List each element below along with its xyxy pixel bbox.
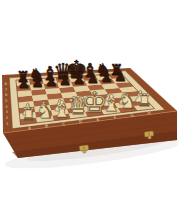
- piece-white-rook: ♜: [136, 93, 152, 110]
- piece-black-pawn: ♟: [100, 70, 113, 84]
- pieces-layer: ♜♞♝♛♚♝♞♜♟♟♟♟♟♟♟♟♟♟♟♟♟♟♟♟♜♞♝♛♚♝♞♜: [0, 0, 178, 222]
- piece-black-pawn: ♟: [59, 73, 72, 87]
- piece-black-pawn: ♟: [31, 75, 44, 89]
- piece-white-knight: ♞: [118, 92, 136, 112]
- piece-white-rook: ♜: [21, 106, 37, 123]
- piece-black-pawn: ♟: [73, 72, 86, 86]
- piece-black-pawn: ♟: [45, 74, 58, 88]
- piece-black-pawn: ♟: [114, 68, 127, 82]
- piece-black-pawn: ♟: [17, 76, 30, 90]
- chess-set-photo: ABCDEFGH12345678 ♜♞♝♛♚♝♞♜♟♟♟♟♟♟♟♟♟♟♟♟♟♟♟…: [0, 0, 178, 222]
- piece-black-pawn: ♟: [87, 71, 100, 85]
